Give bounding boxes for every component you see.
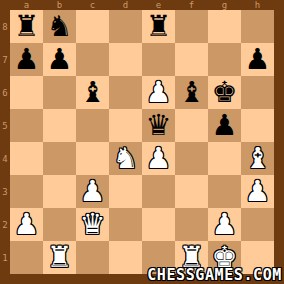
square-e4[interactable]: ♟ <box>142 142 175 175</box>
black-pawn: ♟ <box>212 111 238 140</box>
rank-label-5: 5 <box>0 109 10 142</box>
black-bishop: ♝ <box>179 78 205 107</box>
square-g2[interactable]: ♟ <box>208 208 241 241</box>
black-bishop: ♝ <box>80 78 106 107</box>
square-h5[interactable] <box>241 109 274 142</box>
square-d8[interactable] <box>109 10 142 43</box>
file-label-e: e <box>142 0 175 10</box>
square-d6[interactable] <box>109 76 142 109</box>
rank-labels: 87654321 <box>0 10 10 274</box>
square-a5[interactable] <box>10 109 43 142</box>
square-d1[interactable] <box>109 241 142 274</box>
square-c4[interactable] <box>76 142 109 175</box>
square-h8[interactable] <box>241 10 274 43</box>
square-h4[interactable]: ♝ <box>241 142 274 175</box>
square-c1[interactable] <box>76 241 109 274</box>
black-pawn: ♟ <box>14 45 40 74</box>
black-knight: ♞ <box>47 12 73 41</box>
white-pawn: ♟ <box>212 210 238 239</box>
file-label-c: c <box>76 0 109 10</box>
square-b2[interactable] <box>43 208 76 241</box>
square-a6[interactable] <box>10 76 43 109</box>
square-d2[interactable] <box>109 208 142 241</box>
file-label-b: b <box>43 0 76 10</box>
white-pawn: ♟ <box>146 144 172 173</box>
white-pawn: ♟ <box>146 78 172 107</box>
file-label-a: a <box>10 0 43 10</box>
square-c7[interactable] <box>76 43 109 76</box>
file-label-g: g <box>208 0 241 10</box>
black-rook: ♜ <box>146 12 172 41</box>
square-f3[interactable] <box>175 175 208 208</box>
rank-label-8: 8 <box>0 10 10 43</box>
square-b3[interactable] <box>43 175 76 208</box>
square-a4[interactable] <box>10 142 43 175</box>
square-g5[interactable]: ♟ <box>208 109 241 142</box>
square-d3[interactable] <box>109 175 142 208</box>
square-b5[interactable] <box>43 109 76 142</box>
square-d4[interactable]: ♞ <box>109 142 142 175</box>
square-h3[interactable]: ♟ <box>241 175 274 208</box>
square-e2[interactable] <box>142 208 175 241</box>
black-pawn: ♟ <box>245 45 271 74</box>
square-e3[interactable] <box>142 175 175 208</box>
square-g3[interactable] <box>208 175 241 208</box>
square-f8[interactable] <box>175 10 208 43</box>
square-c8[interactable] <box>76 10 109 43</box>
square-g4[interactable] <box>208 142 241 175</box>
square-h6[interactable] <box>241 76 274 109</box>
square-d7[interactable] <box>109 43 142 76</box>
square-a2[interactable]: ♟ <box>10 208 43 241</box>
rank-label-1: 1 <box>0 241 10 274</box>
rank-label-3: 3 <box>0 175 10 208</box>
white-pawn: ♟ <box>245 177 271 206</box>
file-labels: abcdefgh <box>10 0 274 10</box>
white-queen: ♛ <box>80 210 106 239</box>
black-rook: ♜ <box>14 12 40 41</box>
square-g6[interactable]: ♚ <box>208 76 241 109</box>
square-h2[interactable] <box>241 208 274 241</box>
black-queen: ♛ <box>146 111 172 140</box>
square-b6[interactable] <box>43 76 76 109</box>
square-c6[interactable]: ♝ <box>76 76 109 109</box>
square-f2[interactable] <box>175 208 208 241</box>
square-a3[interactable] <box>10 175 43 208</box>
white-bishop: ♝ <box>245 144 271 173</box>
white-knight: ♞ <box>113 144 139 173</box>
rank-label-6: 6 <box>0 76 10 109</box>
square-b7[interactable]: ♟ <box>43 43 76 76</box>
white-rook: ♜ <box>47 243 73 272</box>
square-c2[interactable]: ♛ <box>76 208 109 241</box>
square-b8[interactable]: ♞ <box>43 10 76 43</box>
rank-label-7: 7 <box>0 43 10 76</box>
square-f5[interactable] <box>175 109 208 142</box>
square-a7[interactable]: ♟ <box>10 43 43 76</box>
square-f4[interactable] <box>175 142 208 175</box>
black-king: ♚ <box>212 78 238 107</box>
square-e5[interactable]: ♛ <box>142 109 175 142</box>
file-label-f: f <box>175 0 208 10</box>
square-f7[interactable] <box>175 43 208 76</box>
site-watermark: CHESSGAMES.COM <box>147 268 282 283</box>
rank-label-4: 4 <box>0 142 10 175</box>
square-e8[interactable]: ♜ <box>142 10 175 43</box>
chess-board: ♜♞♜♟♟♟♝♟♝♚♛♟♞♟♝♟♟♟♛♟♜♜♚ <box>10 10 274 274</box>
square-h7[interactable]: ♟ <box>241 43 274 76</box>
square-f6[interactable]: ♝ <box>175 76 208 109</box>
rank-label-2: 2 <box>0 208 10 241</box>
white-pawn: ♟ <box>14 210 40 239</box>
square-d5[interactable] <box>109 109 142 142</box>
square-b4[interactable] <box>43 142 76 175</box>
square-c3[interactable]: ♟ <box>76 175 109 208</box>
square-e6[interactable]: ♟ <box>142 76 175 109</box>
file-label-d: d <box>109 0 142 10</box>
square-b1[interactable]: ♜ <box>43 241 76 274</box>
square-c5[interactable] <box>76 109 109 142</box>
square-e7[interactable] <box>142 43 175 76</box>
square-g8[interactable] <box>208 10 241 43</box>
file-label-h: h <box>241 0 274 10</box>
square-a8[interactable]: ♜ <box>10 10 43 43</box>
board-frame: abcdefgh 87654321 ♜♞♜♟♟♟♝♟♝♚♛♟♞♟♝♟♟♟♛♟♜♜… <box>0 0 284 284</box>
square-a1[interactable] <box>10 241 43 274</box>
white-pawn: ♟ <box>80 177 106 206</box>
black-pawn: ♟ <box>47 45 73 74</box>
square-g7[interactable] <box>208 43 241 76</box>
